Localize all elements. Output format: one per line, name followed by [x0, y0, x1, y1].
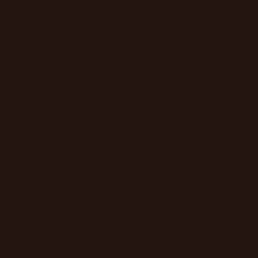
board-grid	[2, 2, 256, 256]
chessboard	[0, 0, 258, 258]
